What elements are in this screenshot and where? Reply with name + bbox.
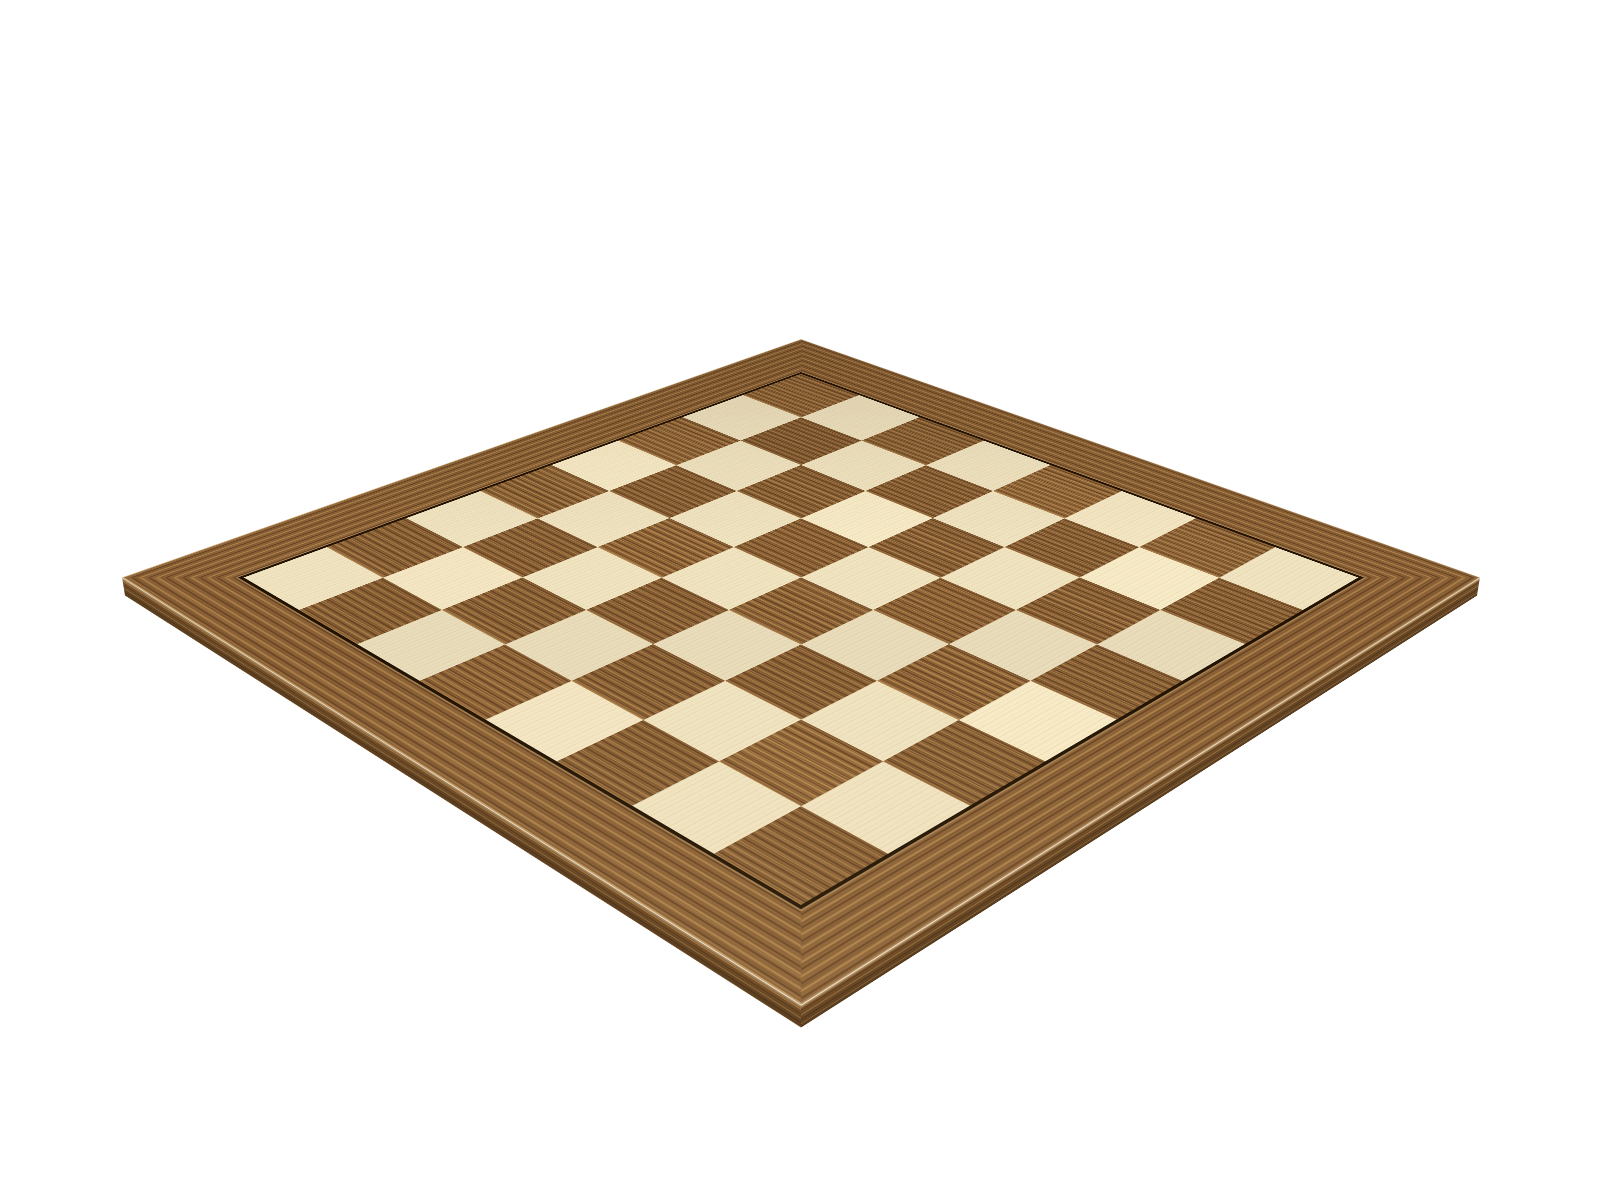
board-top-surface: [122, 339, 1480, 1005]
chessboard: [122, 340, 1480, 1006]
playing-grid: [244, 374, 1359, 905]
product-photo-stage: [0, 0, 1600, 1201]
board-inlay-border: [238, 372, 1364, 909]
